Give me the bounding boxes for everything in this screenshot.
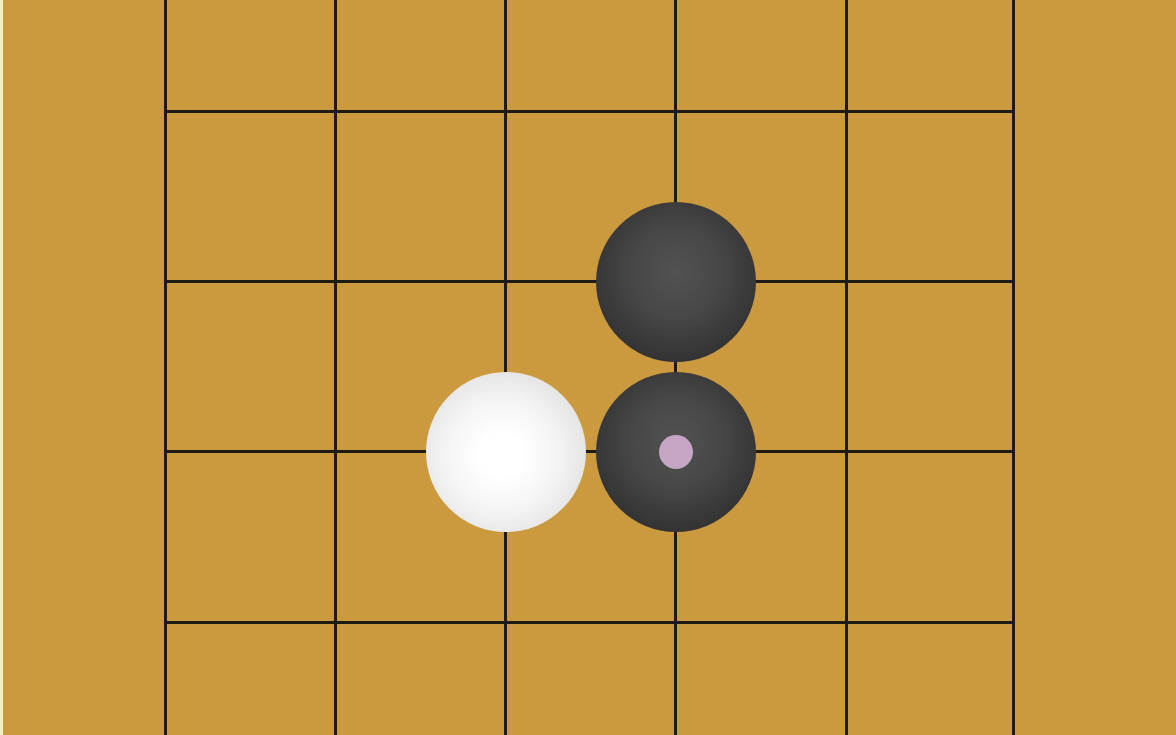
black-stone-D3: [596, 372, 756, 532]
black-stone-D4: [596, 202, 756, 362]
white-stone-C3: [426, 372, 586, 532]
last-move-marker: [659, 435, 693, 469]
stones-layer: [164, 0, 1019, 735]
go-board[interactable]: [164, 0, 1019, 735]
window-edge-strip: [0, 0, 3, 735]
go-app-viewport: [0, 0, 1176, 735]
